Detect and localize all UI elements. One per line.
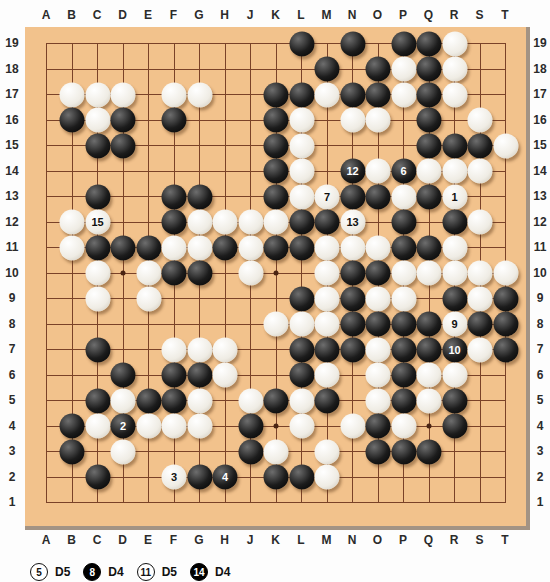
black-stone-Q8: [417, 312, 442, 337]
black-stone-B16: [60, 108, 85, 133]
black-stone-N8: [340, 312, 365, 337]
col-label-bottom-N: N: [348, 533, 357, 547]
row-label-left-7: 7: [9, 342, 16, 356]
black-stone-P3: [391, 439, 416, 464]
white-stone-T15: [493, 133, 518, 158]
black-stone-K15: [264, 133, 289, 158]
white-stone-R14: [442, 159, 467, 184]
black-stone-C13: [85, 184, 110, 209]
col-label-top-D: D: [118, 8, 127, 22]
row-label-right-7: 7: [537, 342, 544, 356]
white-stone-N16: [340, 108, 365, 133]
row-label-right-10: 10: [533, 266, 546, 280]
black-stone-K13: [264, 184, 289, 209]
black-stone-L17: [289, 82, 314, 107]
white-stone-N11: [340, 235, 365, 260]
row-label-right-16: 16: [533, 113, 546, 127]
col-label-bottom-Q: Q: [424, 533, 433, 547]
black-stone-N17: [340, 82, 365, 107]
row-label-left-18: 18: [5, 62, 18, 76]
move-12-stone-N14: 12: [340, 159, 365, 184]
black-stone-K17: [264, 82, 289, 107]
black-stone-Q7: [417, 337, 442, 362]
black-stone-P7: [391, 337, 416, 362]
white-stone-H6: [213, 363, 238, 388]
white-stone-P17: [391, 82, 416, 107]
white-stone-O16: [366, 108, 391, 133]
row-label-left-1: 1: [9, 495, 16, 509]
black-stone-O10: [366, 261, 391, 286]
black-stone-K5: [264, 388, 289, 413]
white-stone-R10: [442, 261, 467, 286]
white-stone-S12: [468, 210, 493, 235]
black-stone-P11: [391, 235, 416, 260]
white-stone-P9: [391, 286, 416, 311]
col-label-bottom-L: L: [297, 533, 304, 547]
black-stone-O18: [366, 57, 391, 82]
black-stone-T8: [493, 312, 518, 337]
caption-move-11-stone-icon: 11: [137, 563, 155, 581]
caption-move-11-coord: D5: [162, 565, 177, 579]
black-stone-P19: [391, 31, 416, 56]
white-stone-M9: [315, 286, 340, 311]
black-stone-N9: [340, 286, 365, 311]
black-stone-O13: [366, 184, 391, 209]
black-stone-F6: [162, 363, 187, 388]
row-label-left-15: 15: [5, 138, 18, 152]
black-stone-L11: [289, 235, 314, 260]
black-stone-Q3: [417, 439, 442, 464]
black-stone-G2: [187, 465, 212, 490]
col-label-bottom-H: H: [220, 533, 229, 547]
row-label-left-13: 13: [5, 189, 18, 203]
white-stone-B12: [60, 210, 85, 235]
black-stone-J3: [238, 439, 263, 464]
row-label-right-6: 6: [537, 368, 544, 382]
white-stone-L5: [289, 388, 314, 413]
white-stone-M11: [315, 235, 340, 260]
black-stone-K2: [264, 465, 289, 490]
black-stone-N7: [340, 337, 365, 362]
white-stone-F17: [162, 82, 187, 107]
row-label-left-9: 9: [9, 291, 16, 305]
black-stone-C15: [85, 133, 110, 158]
black-stone-Q17: [417, 82, 442, 107]
star-point: [274, 424, 279, 429]
white-stone-M10: [315, 261, 340, 286]
white-stone-L13: [289, 184, 314, 209]
col-label-top-B: B: [67, 8, 76, 22]
black-stone-G10: [187, 261, 212, 286]
grid-line-horizontal: [46, 502, 506, 503]
white-stone-R18: [442, 57, 467, 82]
black-stone-M18: [315, 57, 340, 82]
col-label-bottom-G: G: [194, 533, 203, 547]
black-stone-Q13: [417, 184, 442, 209]
black-stone-E5: [136, 388, 161, 413]
white-stone-M2: [315, 465, 340, 490]
grid-line-horizontal: [46, 298, 506, 299]
col-label-top-P: P: [399, 8, 407, 22]
black-stone-Q16: [417, 108, 442, 133]
black-stone-M7: [315, 337, 340, 362]
black-stone-C2: [85, 465, 110, 490]
star-point: [427, 424, 432, 429]
black-stone-T7: [493, 337, 518, 362]
row-label-left-4: 4: [9, 419, 16, 433]
white-stone-P10: [391, 261, 416, 286]
white-stone-O7: [366, 337, 391, 362]
col-label-top-O: O: [373, 8, 382, 22]
black-stone-K14: [264, 159, 289, 184]
caption-move-5-stone-icon: 5: [30, 563, 48, 581]
white-stone-S16: [468, 108, 493, 133]
white-stone-C10: [85, 261, 110, 286]
black-stone-J4: [238, 414, 263, 439]
white-stone-S10: [468, 261, 493, 286]
black-stone-R5: [442, 388, 467, 413]
black-stone-M5: [315, 388, 340, 413]
white-stone-D17: [111, 82, 136, 107]
white-stone-R19: [442, 31, 467, 56]
move-2-stone-D4: 2: [111, 414, 136, 439]
row-label-left-12: 12: [5, 215, 18, 229]
caption-move-8-coord: D4: [108, 565, 123, 579]
col-label-bottom-C: C: [93, 533, 102, 547]
white-stone-L4: [289, 414, 314, 439]
white-stone-F11: [162, 235, 187, 260]
white-stone-P4: [391, 414, 416, 439]
black-stone-C11: [85, 235, 110, 260]
white-stone-T10: [493, 261, 518, 286]
black-stone-O4: [366, 414, 391, 439]
black-stone-Q11: [417, 235, 442, 260]
col-label-top-C: C: [93, 8, 102, 22]
col-label-bottom-A: A: [42, 533, 51, 547]
caption-move-8-stone-icon: 8: [83, 563, 101, 581]
black-stone-P6: [391, 363, 416, 388]
col-label-top-L: L: [297, 8, 304, 22]
row-label-left-8: 8: [9, 317, 16, 331]
black-stone-O8: [366, 312, 391, 337]
col-label-bottom-F: F: [170, 533, 177, 547]
white-stone-G5: [187, 388, 212, 413]
white-stone-F4: [162, 414, 187, 439]
row-label-left-19: 19: [5, 36, 18, 50]
white-stone-H12: [213, 210, 238, 235]
white-stone-M6: [315, 363, 340, 388]
white-stone-S9: [468, 286, 493, 311]
black-stone-C5: [85, 388, 110, 413]
row-label-right-12: 12: [533, 215, 546, 229]
black-stone-P12: [391, 210, 416, 235]
black-stone-K16: [264, 108, 289, 133]
col-label-top-J: J: [247, 8, 254, 22]
white-stone-G12: [187, 210, 212, 235]
row-label-right-2: 2: [537, 470, 544, 484]
row-label-left-14: 14: [5, 164, 18, 178]
white-stone-C9: [85, 286, 110, 311]
col-label-top-K: K: [271, 8, 280, 22]
white-stone-C16: [85, 108, 110, 133]
black-stone-R12: [442, 210, 467, 235]
black-stone-F12: [162, 210, 187, 235]
black-stone-D15: [111, 133, 136, 158]
black-stone-L7: [289, 337, 314, 362]
black-stone-D16: [111, 108, 136, 133]
col-label-bottom-P: P: [399, 533, 407, 547]
black-stone-P5: [391, 388, 416, 413]
col-label-top-Q: Q: [424, 8, 433, 22]
black-stone-R15: [442, 133, 467, 158]
row-label-right-4: 4: [537, 419, 544, 433]
move-13-stone-N12: 13: [340, 210, 365, 235]
col-label-bottom-O: O: [373, 533, 382, 547]
white-stone-L16: [289, 108, 314, 133]
col-label-top-G: G: [194, 8, 203, 22]
row-label-right-11: 11: [534, 240, 547, 254]
row-label-left-5: 5: [9, 393, 16, 407]
col-label-bottom-E: E: [144, 533, 152, 547]
move-3-stone-F2: 3: [162, 465, 187, 490]
white-stone-O5: [366, 388, 391, 413]
black-stone-H11: [213, 235, 238, 260]
white-stone-R11: [442, 235, 467, 260]
white-stone-G11: [187, 235, 212, 260]
white-stone-N4: [340, 414, 365, 439]
col-label-top-N: N: [348, 8, 357, 22]
white-stone-O9: [366, 286, 391, 311]
row-label-right-19: 19: [533, 36, 546, 50]
col-label-bottom-K: K: [271, 533, 280, 547]
white-stone-B17: [60, 82, 85, 107]
white-stone-Q14: [417, 159, 442, 184]
black-stone-L9: [289, 286, 314, 311]
move-15-stone-C12: 15: [85, 210, 110, 235]
black-stone-N19: [340, 31, 365, 56]
move-9-stone-R8: 9: [442, 312, 467, 337]
white-stone-J5: [238, 388, 263, 413]
black-stone-N13: [340, 184, 365, 209]
col-label-bottom-D: D: [118, 533, 127, 547]
white-stone-G17: [187, 82, 212, 107]
row-label-left-2: 2: [9, 470, 16, 484]
black-stone-L12: [289, 210, 314, 235]
row-label-right-14: 14: [533, 164, 546, 178]
black-stone-S15: [468, 133, 493, 158]
col-label-top-T: T: [501, 8, 508, 22]
move-footnote-caption: 5D58D411D514D4: [30, 563, 236, 581]
black-stone-D6: [111, 363, 136, 388]
black-stone-F10: [162, 261, 187, 286]
black-stone-O3: [366, 439, 391, 464]
black-stone-D11: [111, 235, 136, 260]
move-6-stone-P14: 6: [391, 159, 416, 184]
star-point: [121, 271, 126, 276]
black-stone-Q15: [417, 133, 442, 158]
white-stone-O11: [366, 235, 391, 260]
row-label-left-11: 11: [6, 240, 19, 254]
col-label-top-M: M: [322, 8, 332, 22]
black-stone-T9: [493, 286, 518, 311]
move-4-stone-H2: 4: [213, 465, 238, 490]
go-kifu-diagram: 126711513910234 AABBCCDDEEFFGGHHJJKKLLMM…: [0, 0, 550, 582]
row-label-right-18: 18: [533, 62, 546, 76]
row-label-left-16: 16: [5, 113, 18, 127]
black-stone-L19: [289, 31, 314, 56]
white-stone-S7: [468, 337, 493, 362]
white-stone-M8: [315, 312, 340, 337]
black-stone-M12: [315, 210, 340, 235]
row-label-right-8: 8: [537, 317, 544, 331]
col-label-top-F: F: [170, 8, 177, 22]
black-stone-K11: [264, 235, 289, 260]
col-label-bottom-T: T: [501, 533, 508, 547]
row-label-right-3: 3: [537, 444, 544, 458]
black-stone-O17: [366, 82, 391, 107]
black-stone-G6: [187, 363, 212, 388]
white-stone-D5: [111, 388, 136, 413]
col-label-bottom-S: S: [475, 533, 483, 547]
white-stone-J10: [238, 261, 263, 286]
white-stone-K8: [264, 312, 289, 337]
black-stone-Q18: [417, 57, 442, 82]
row-label-right-13: 13: [533, 189, 546, 203]
row-label-right-5: 5: [537, 393, 544, 407]
move-1-stone-R13: 1: [442, 184, 467, 209]
black-stone-G13: [187, 184, 212, 209]
black-stone-B4: [60, 414, 85, 439]
move-7-stone-M13: 7: [315, 184, 340, 209]
row-label-right-1: 1: [537, 495, 544, 509]
row-label-left-17: 17: [5, 87, 18, 101]
white-stone-E9: [136, 286, 161, 311]
black-stone-F5: [162, 388, 187, 413]
caption-move-14-stone-icon: 14: [190, 563, 208, 581]
black-stone-E11: [136, 235, 161, 260]
white-stone-C4: [85, 414, 110, 439]
white-stone-D3: [111, 439, 136, 464]
black-stone-F16: [162, 108, 187, 133]
col-label-top-R: R: [450, 8, 459, 22]
white-stone-R17: [442, 82, 467, 107]
white-stone-O14: [366, 159, 391, 184]
white-stone-Q6: [417, 363, 442, 388]
white-stone-E10: [136, 261, 161, 286]
white-stone-O6: [366, 363, 391, 388]
white-stone-L15: [289, 133, 314, 158]
black-stone-L2: [289, 465, 314, 490]
row-label-left-3: 3: [9, 444, 16, 458]
row-label-right-17: 17: [533, 87, 546, 101]
white-stone-Q10: [417, 261, 442, 286]
black-stone-S8: [468, 312, 493, 337]
black-stone-N10: [340, 261, 365, 286]
black-stone-F13: [162, 184, 187, 209]
white-stone-M3: [315, 439, 340, 464]
white-stone-G4: [187, 414, 212, 439]
white-stone-J11: [238, 235, 263, 260]
col-label-top-H: H: [220, 8, 229, 22]
white-stone-C17: [85, 82, 110, 107]
row-label-right-15: 15: [533, 138, 546, 152]
row-label-left-6: 6: [9, 368, 16, 382]
col-label-top-E: E: [144, 8, 152, 22]
row-label-right-9: 9: [537, 291, 544, 305]
go-board: 126711513910234: [25, 27, 530, 530]
white-stone-Q5: [417, 388, 442, 413]
white-stone-K3: [264, 439, 289, 464]
move-10-stone-R7: 10: [442, 337, 467, 362]
black-stone-B3: [60, 439, 85, 464]
white-stone-M17: [315, 82, 340, 107]
white-stone-R6: [442, 363, 467, 388]
white-stone-H7: [213, 337, 238, 362]
white-stone-F7: [162, 337, 187, 362]
white-stone-L8: [289, 312, 314, 337]
black-stone-R4: [442, 414, 467, 439]
white-stone-P13: [391, 184, 416, 209]
col-label-bottom-J: J: [247, 533, 254, 547]
col-label-top-A: A: [42, 8, 51, 22]
col-label-bottom-M: M: [322, 533, 332, 547]
black-stone-Q19: [417, 31, 442, 56]
white-stone-G7: [187, 337, 212, 362]
col-label-bottom-B: B: [67, 533, 76, 547]
black-stone-C7: [85, 337, 110, 362]
white-stone-P18: [391, 57, 416, 82]
white-stone-S14: [468, 159, 493, 184]
white-stone-K12: [264, 210, 289, 235]
white-stone-B11: [60, 235, 85, 260]
col-label-top-S: S: [475, 8, 483, 22]
black-stone-R9: [442, 286, 467, 311]
white-stone-J12: [238, 210, 263, 235]
caption-move-14-coord: D4: [215, 565, 230, 579]
star-point: [274, 271, 279, 276]
col-label-bottom-R: R: [450, 533, 459, 547]
black-stone-L6: [289, 363, 314, 388]
caption-move-5-coord: D5: [55, 565, 70, 579]
row-label-left-10: 10: [5, 266, 18, 280]
black-stone-P8: [391, 312, 416, 337]
white-stone-E4: [136, 414, 161, 439]
white-stone-L14: [289, 159, 314, 184]
